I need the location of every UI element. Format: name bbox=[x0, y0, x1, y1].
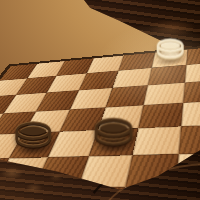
checkers-board-photo: ⛂⛂⛂ bbox=[0, 0, 200, 200]
square-r5c3[interactable]: ⛂ bbox=[9, 132, 60, 159]
square-r2c7[interactable] bbox=[185, 62, 200, 83]
dark-checker-piece[interactable]: ⛂ bbox=[11, 110, 55, 154]
square-r4c7[interactable] bbox=[181, 100, 200, 126]
square-r1c7[interactable] bbox=[186, 46, 200, 65]
square-r5c5[interactable]: ⛂ bbox=[89, 128, 138, 156]
square-r5c7[interactable] bbox=[179, 124, 200, 154]
square-r5c6[interactable] bbox=[132, 126, 181, 155]
square-r4c6[interactable] bbox=[138, 103, 183, 128]
square-r3c7[interactable] bbox=[183, 80, 200, 103]
square-r3c6[interactable] bbox=[143, 83, 184, 106]
